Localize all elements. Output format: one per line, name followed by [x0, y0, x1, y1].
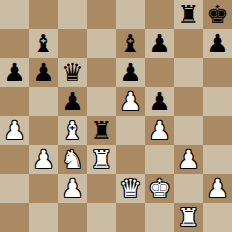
square-d3[interactable]: ♜: [87, 145, 116, 174]
square-g3[interactable]: ♟: [174, 145, 203, 174]
square-f4[interactable]: ♟: [145, 116, 174, 145]
square-e2[interactable]: ♛: [116, 174, 145, 203]
square-c7[interactable]: [58, 29, 87, 58]
square-a2[interactable]: [0, 174, 29, 203]
square-d8[interactable]: [87, 0, 116, 29]
square-b4[interactable]: [29, 116, 58, 145]
square-a6[interactable]: ♟: [0, 58, 29, 87]
piece-black-pawn[interactable]: ♟: [148, 89, 170, 114]
square-d7[interactable]: [87, 29, 116, 58]
piece-black-pawn[interactable]: ♟: [32, 60, 54, 85]
square-a8[interactable]: [0, 0, 29, 29]
piece-white-queen[interactable]: ♛: [119, 176, 141, 201]
piece-black-queen[interactable]: ♛: [61, 60, 83, 85]
square-f2[interactable]: ♚: [145, 174, 174, 203]
piece-white-pawn[interactable]: ♟: [61, 176, 83, 201]
square-g2[interactable]: [174, 174, 203, 203]
square-g4[interactable]: [174, 116, 203, 145]
piece-black-pawn[interactable]: ♟: [61, 89, 83, 114]
square-h8[interactable]: ♚: [203, 0, 232, 29]
square-b7[interactable]: ♝: [29, 29, 58, 58]
square-e8[interactable]: [116, 0, 145, 29]
piece-white-king[interactable]: ♚: [148, 176, 170, 201]
square-f1[interactable]: [145, 203, 174, 232]
square-f8[interactable]: [145, 0, 174, 29]
square-e6[interactable]: ♟: [116, 58, 145, 87]
square-h1[interactable]: [203, 203, 232, 232]
square-b2[interactable]: [29, 174, 58, 203]
square-c8[interactable]: [58, 0, 87, 29]
square-e5[interactable]: ♟: [116, 87, 145, 116]
square-g6[interactable]: [174, 58, 203, 87]
square-b3[interactable]: ♟: [29, 145, 58, 174]
square-a1[interactable]: [0, 203, 29, 232]
square-d4[interactable]: ♜: [87, 116, 116, 145]
piece-black-rook[interactable]: ♜: [177, 2, 199, 27]
square-h2[interactable]: ♟: [203, 174, 232, 203]
piece-white-pawn[interactable]: ♟: [206, 176, 228, 201]
square-c1[interactable]: [58, 203, 87, 232]
piece-black-king[interactable]: ♚: [206, 2, 228, 27]
piece-white-pawn[interactable]: ♟: [32, 147, 54, 172]
square-a3[interactable]: [0, 145, 29, 174]
square-h4[interactable]: [203, 116, 232, 145]
piece-white-bishop[interactable]: ♝: [61, 118, 83, 143]
square-h5[interactable]: [203, 87, 232, 116]
square-b1[interactable]: [29, 203, 58, 232]
square-e3[interactable]: [116, 145, 145, 174]
piece-black-pawn[interactable]: ♟: [119, 60, 141, 85]
square-g1[interactable]: ♜: [174, 203, 203, 232]
square-f6[interactable]: [145, 58, 174, 87]
square-e1[interactable]: [116, 203, 145, 232]
square-h3[interactable]: [203, 145, 232, 174]
piece-white-rook[interactable]: ♜: [177, 205, 199, 230]
square-e7[interactable]: ♝: [116, 29, 145, 58]
chessboard: ♜♚♝♝♟♟♟♟♛♟♟♟♟♟♝♜♟♟♞♜♟♟♛♚♟♜: [0, 0, 232, 232]
square-c3[interactable]: ♞: [58, 145, 87, 174]
square-d6[interactable]: [87, 58, 116, 87]
square-d1[interactable]: [87, 203, 116, 232]
square-c2[interactable]: ♟: [58, 174, 87, 203]
piece-black-pawn[interactable]: ♟: [148, 31, 170, 56]
square-a4[interactable]: ♟: [0, 116, 29, 145]
square-f7[interactable]: ♟: [145, 29, 174, 58]
square-b6[interactable]: ♟: [29, 58, 58, 87]
piece-white-pawn[interactable]: ♟: [177, 147, 199, 172]
square-a5[interactable]: [0, 87, 29, 116]
piece-white-knight[interactable]: ♞: [61, 147, 83, 172]
square-d5[interactable]: [87, 87, 116, 116]
square-g5[interactable]: [174, 87, 203, 116]
piece-white-pawn[interactable]: ♟: [148, 118, 170, 143]
square-f3[interactable]: [145, 145, 174, 174]
piece-white-pawn[interactable]: ♟: [3, 118, 25, 143]
square-e4[interactable]: [116, 116, 145, 145]
square-h6[interactable]: [203, 58, 232, 87]
square-c4[interactable]: ♝: [58, 116, 87, 145]
square-c6[interactable]: ♛: [58, 58, 87, 87]
square-c5[interactable]: ♟: [58, 87, 87, 116]
piece-black-bishop[interactable]: ♝: [32, 31, 54, 56]
square-b8[interactable]: [29, 0, 58, 29]
piece-white-pawn[interactable]: ♟: [119, 89, 141, 114]
piece-black-pawn[interactable]: ♟: [206, 31, 228, 56]
square-b5[interactable]: [29, 87, 58, 116]
piece-black-rook[interactable]: ♜: [90, 118, 112, 143]
square-g7[interactable]: [174, 29, 203, 58]
piece-black-bishop[interactable]: ♝: [119, 31, 141, 56]
piece-white-rook[interactable]: ♜: [90, 147, 112, 172]
square-f5[interactable]: ♟: [145, 87, 174, 116]
piece-black-pawn[interactable]: ♟: [3, 60, 25, 85]
square-a7[interactable]: [0, 29, 29, 58]
square-g8[interactable]: ♜: [174, 0, 203, 29]
square-h7[interactable]: ♟: [203, 29, 232, 58]
square-d2[interactable]: [87, 174, 116, 203]
